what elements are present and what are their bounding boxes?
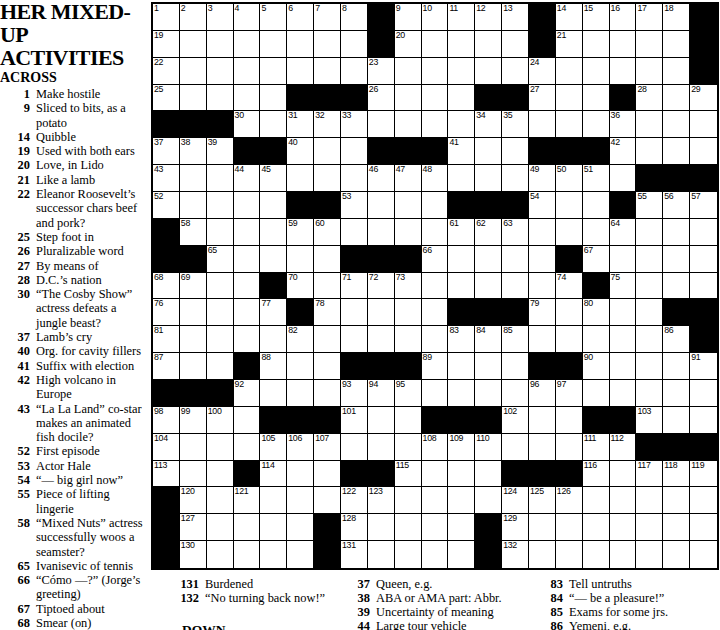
grid-cell-r16c16[interactable]: [556, 407, 583, 434]
grid-cell-r19c13[interactable]: [475, 487, 502, 514]
grid-cell-r7c6[interactable]: [287, 165, 314, 192]
grid-cell-r4c17[interactable]: [583, 85, 610, 112]
grid-cell-r9c9[interactable]: [368, 219, 395, 246]
grid-cell-r6c19[interactable]: [636, 138, 663, 165]
grid-cell-r5c9[interactable]: [368, 111, 395, 138]
grid-cell-r15c15[interactable]: 96: [529, 380, 556, 407]
grid-cell-r2c4[interactable]: [234, 31, 261, 58]
grid-cell-r14c17[interactable]: 90: [583, 353, 610, 380]
grid-cell-r16c9[interactable]: [368, 407, 395, 434]
grid-cell-r2c18[interactable]: [610, 31, 637, 58]
grid-cell-r12c9[interactable]: [368, 299, 395, 326]
grid-cell-r9c16[interactable]: [556, 219, 583, 246]
grid-cell-r14c18[interactable]: [610, 353, 637, 380]
grid-cell-r21c11[interactable]: [422, 541, 449, 568]
grid-cell-r12c11[interactable]: [422, 299, 449, 326]
grid-cell-r11c6[interactable]: 70: [287, 273, 314, 300]
grid-cell-r8c4[interactable]: [234, 192, 261, 219]
grid-cell-r3c2[interactable]: [180, 58, 207, 85]
grid-cell-r16c3[interactable]: 100: [207, 407, 234, 434]
grid-cell-r15c21[interactable]: [690, 380, 717, 407]
grid-cell-r13c3[interactable]: [207, 326, 234, 353]
grid-cell-r18c20[interactable]: 118: [663, 461, 690, 488]
grid-cell-r13c1[interactable]: 81: [153, 326, 180, 353]
grid-cell-r14c14[interactable]: [502, 353, 529, 380]
grid-cell-r15c18[interactable]: [610, 380, 637, 407]
grid-cell-r12c4[interactable]: [234, 299, 261, 326]
grid-cell-r2c8[interactable]: [341, 31, 368, 58]
grid-cell-r4c11[interactable]: [422, 85, 449, 112]
grid-cell-r2c5[interactable]: [260, 31, 287, 58]
grid-cell-r18c3[interactable]: [207, 461, 234, 488]
grid-cell-r13c11[interactable]: [422, 326, 449, 353]
grid-cell-r6c20[interactable]: [663, 138, 690, 165]
grid-cell-r1c14[interactable]: 13: [502, 4, 529, 31]
grid-cell-r20c5[interactable]: [260, 514, 287, 541]
grid-cell-r19c6[interactable]: [287, 487, 314, 514]
grid-cell-r4c15[interactable]: 27: [529, 85, 556, 112]
grid-cell-r2c1[interactable]: 19: [153, 31, 180, 58]
grid-cell-r9c7[interactable]: 60: [314, 219, 341, 246]
grid-cell-r19c2[interactable]: 120: [180, 487, 207, 514]
grid-cell-r19c20[interactable]: [663, 487, 690, 514]
grid-cell-r6c12[interactable]: 41: [448, 138, 475, 165]
grid-cell-r1c17[interactable]: 15: [583, 4, 610, 31]
grid-cell-r7c9[interactable]: 46: [368, 165, 395, 192]
grid-cell-r21c19[interactable]: [636, 541, 663, 568]
grid-cell-r18c17[interactable]: 116: [583, 461, 610, 488]
grid-cell-r1c5[interactable]: 5: [260, 4, 287, 31]
grid-cell-r14c2[interactable]: [180, 353, 207, 380]
grid-cell-r21c8[interactable]: 131: [341, 541, 368, 568]
grid-cell-r20c8[interactable]: 128: [341, 514, 368, 541]
grid-cell-r13c15[interactable]: [529, 326, 556, 353]
grid-cell-r9c8[interactable]: [341, 219, 368, 246]
grid-cell-r14c12[interactable]: [448, 353, 475, 380]
grid-cell-r1c13[interactable]: 12: [475, 4, 502, 31]
grid-cell-r6c18[interactable]: 42: [610, 138, 637, 165]
grid-cell-r4c9[interactable]: 26: [368, 85, 395, 112]
grid-cell-r15c5[interactable]: [260, 380, 287, 407]
grid-cell-r20c12[interactable]: [448, 514, 475, 541]
grid-cell-r10c3[interactable]: 65: [207, 246, 234, 273]
grid-cell-r6c1[interactable]: 37: [153, 138, 180, 165]
grid-cell-r13c4[interactable]: [234, 326, 261, 353]
grid-cell-r9c17[interactable]: [583, 219, 610, 246]
grid-cell-r19c10[interactable]: [395, 487, 422, 514]
grid-cell-r20c19[interactable]: [636, 514, 663, 541]
grid-cell-r21c2[interactable]: 130: [180, 541, 207, 568]
grid-cell-r5c7[interactable]: 32: [314, 111, 341, 138]
grid-cell-r14c1[interactable]: 87: [153, 353, 180, 380]
grid-cell-r11c8[interactable]: 71: [341, 273, 368, 300]
grid-cell-r8c20[interactable]: 56: [663, 192, 690, 219]
grid-cell-r12c7[interactable]: 78: [314, 299, 341, 326]
grid-cell-r6c2[interactable]: 38: [180, 138, 207, 165]
grid-cell-r12c16[interactable]: [556, 299, 583, 326]
grid-cell-r9c20[interactable]: [663, 219, 690, 246]
grid-cell-r20c21[interactable]: [690, 514, 717, 541]
grid-cell-r13c14[interactable]: 85: [502, 326, 529, 353]
grid-cell-r20c17[interactable]: [583, 514, 610, 541]
grid-cell-r6c6[interactable]: 40: [287, 138, 314, 165]
grid-cell-r18c10[interactable]: 115: [395, 461, 422, 488]
grid-cell-r2c16[interactable]: 21: [556, 31, 583, 58]
grid-cell-r1c12[interactable]: 11: [448, 4, 475, 31]
grid-cell-r15c19[interactable]: [636, 380, 663, 407]
grid-cell-r20c14[interactable]: 129: [502, 514, 529, 541]
grid-cell-r8c9[interactable]: [368, 192, 395, 219]
grid-cell-r7c17[interactable]: 51: [583, 165, 610, 192]
grid-cell-r19c19[interactable]: [636, 487, 663, 514]
grid-cell-r4c4[interactable]: [234, 85, 261, 112]
grid-cell-r11c9[interactable]: 72: [368, 273, 395, 300]
grid-cell-r21c16[interactable]: [556, 541, 583, 568]
grid-cell-r13c12[interactable]: 83: [448, 326, 475, 353]
grid-cell-r3c8[interactable]: [341, 58, 368, 85]
grid-cell-r17c10[interactable]: [395, 434, 422, 461]
grid-cell-r4c5[interactable]: [260, 85, 287, 112]
grid-cell-r12c3[interactable]: [207, 299, 234, 326]
grid-cell-r15c16[interactable]: 97: [556, 380, 583, 407]
grid-cell-r4c21[interactable]: 29: [690, 85, 717, 112]
grid-cell-r13c2[interactable]: [180, 326, 207, 353]
grid-cell-r10c13[interactable]: [475, 246, 502, 273]
grid-cell-r16c21[interactable]: [690, 407, 717, 434]
grid-cell-r11c1[interactable]: 68: [153, 273, 180, 300]
grid-cell-r3c5[interactable]: [260, 58, 287, 85]
grid-cell-r3c3[interactable]: [207, 58, 234, 85]
grid-cell-r11c4[interactable]: [234, 273, 261, 300]
grid-cell-r1c8[interactable]: 8: [341, 4, 368, 31]
grid-cell-r3c13[interactable]: [475, 58, 502, 85]
grid-cell-r18c19[interactable]: 117: [636, 461, 663, 488]
grid-cell-r3c11[interactable]: [422, 58, 449, 85]
grid-cell-r4c16[interactable]: [556, 85, 583, 112]
grid-cell-r9c15[interactable]: [529, 219, 556, 246]
grid-cell-r8c1[interactable]: 52: [153, 192, 180, 219]
grid-cell-r7c14[interactable]: [502, 165, 529, 192]
grid-cell-r2c20[interactable]: [663, 31, 690, 58]
grid-cell-r8c8[interactable]: 53: [341, 192, 368, 219]
grid-cell-r19c15[interactable]: 125: [529, 487, 556, 514]
grid-cell-r4c19[interactable]: 28: [636, 85, 663, 112]
grid-cell-r13c10[interactable]: [395, 326, 422, 353]
grid-cell-r16c8[interactable]: 101: [341, 407, 368, 434]
grid-cell-r16c20[interactable]: [663, 407, 690, 434]
grid-cell-r18c13[interactable]: [475, 461, 502, 488]
grid-cell-r9c19[interactable]: [636, 219, 663, 246]
grid-cell-r10c15[interactable]: [529, 246, 556, 273]
grid-cell-r10c6[interactable]: [287, 246, 314, 273]
grid-cell-r5c6[interactable]: 31: [287, 111, 314, 138]
grid-cell-r16c2[interactable]: 99: [180, 407, 207, 434]
grid-cell-r8c16[interactable]: [556, 192, 583, 219]
grid-cell-r3c12[interactable]: [448, 58, 475, 85]
grid-cell-r15c13[interactable]: [475, 380, 502, 407]
grid-cell-r3c15[interactable]: 24: [529, 58, 556, 85]
grid-cell-r2c2[interactable]: [180, 31, 207, 58]
grid-cell-r19c11[interactable]: [422, 487, 449, 514]
grid-cell-r10c4[interactable]: [234, 246, 261, 273]
grid-cell-r14c5[interactable]: 88: [260, 353, 287, 380]
grid-cell-r10c17[interactable]: 67: [583, 246, 610, 273]
grid-cell-r20c11[interactable]: [422, 514, 449, 541]
grid-cell-r7c13[interactable]: [475, 165, 502, 192]
grid-cell-r11c15[interactable]: [529, 273, 556, 300]
grid-cell-r6c8[interactable]: [341, 138, 368, 165]
grid-cell-r19c12[interactable]: [448, 487, 475, 514]
grid-cell-r21c14[interactable]: 132: [502, 541, 529, 568]
grid-cell-r13c16[interactable]: [556, 326, 583, 353]
grid-cell-r9c11[interactable]: [422, 219, 449, 246]
grid-cell-r18c11[interactable]: [422, 461, 449, 488]
grid-cell-r3c17[interactable]: [583, 58, 610, 85]
grid-cell-r21c6[interactable]: [287, 541, 314, 568]
grid-cell-r17c18[interactable]: 112: [610, 434, 637, 461]
grid-cell-r5c17[interactable]: [583, 111, 610, 138]
grid-cell-r17c14[interactable]: [502, 434, 529, 461]
grid-cell-r2c14[interactable]: [502, 31, 529, 58]
grid-cell-r19c9[interactable]: 123: [368, 487, 395, 514]
grid-cell-r15c7[interactable]: [314, 380, 341, 407]
grid-cell-r4c3[interactable]: [207, 85, 234, 112]
grid-cell-r7c4[interactable]: 44: [234, 165, 261, 192]
grid-cell-r9c2[interactable]: 58: [180, 219, 207, 246]
grid-cell-r10c18[interactable]: [610, 246, 637, 273]
grid-cell-r3c10[interactable]: [395, 58, 422, 85]
grid-cell-r17c3[interactable]: [207, 434, 234, 461]
grid-cell-r18c12[interactable]: [448, 461, 475, 488]
grid-cell-r8c21[interactable]: 57: [690, 192, 717, 219]
grid-cell-r11c21[interactable]: [690, 273, 717, 300]
grid-cell-r5c21[interactable]: [690, 111, 717, 138]
grid-cell-r13c18[interactable]: [610, 326, 637, 353]
grid-cell-r7c3[interactable]: [207, 165, 234, 192]
grid-cell-r21c3[interactable]: [207, 541, 234, 568]
grid-cell-r21c18[interactable]: [610, 541, 637, 568]
grid-cell-r5c20[interactable]: [663, 111, 690, 138]
grid-cell-r21c10[interactable]: [395, 541, 422, 568]
grid-cell-r3c1[interactable]: 22: [153, 58, 180, 85]
grid-cell-r20c6[interactable]: [287, 514, 314, 541]
grid-cell-r5c4[interactable]: 30: [234, 111, 261, 138]
grid-cell-r5c18[interactable]: 36: [610, 111, 637, 138]
grid-cell-r16c4[interactable]: [234, 407, 261, 434]
grid-cell-r7c1[interactable]: 43: [153, 165, 180, 192]
grid-cell-r12c1[interactable]: 76: [153, 299, 180, 326]
grid-cell-r21c12[interactable]: [448, 541, 475, 568]
grid-cell-r12c17[interactable]: 80: [583, 299, 610, 326]
grid-cell-r12c10[interactable]: [395, 299, 422, 326]
grid-cell-r14c20[interactable]: [663, 353, 690, 380]
grid-cell-r3c6[interactable]: [287, 58, 314, 85]
grid-cell-r15c12[interactable]: [448, 380, 475, 407]
grid-cell-r15c4[interactable]: 92: [234, 380, 261, 407]
grid-cell-r18c1[interactable]: 113: [153, 461, 180, 488]
grid-cell-r21c20[interactable]: [663, 541, 690, 568]
grid-cell-r13c17[interactable]: [583, 326, 610, 353]
grid-cell-r9c6[interactable]: 59: [287, 219, 314, 246]
grid-cell-r2c19[interactable]: [636, 31, 663, 58]
grid-cell-r18c2[interactable]: [180, 461, 207, 488]
grid-cell-r7c8[interactable]: [341, 165, 368, 192]
grid-cell-r3c9[interactable]: 23: [368, 58, 395, 85]
grid-cell-r6c13[interactable]: [475, 138, 502, 165]
grid-cell-r8c19[interactable]: 55: [636, 192, 663, 219]
grid-cell-r9c18[interactable]: 64: [610, 219, 637, 246]
grid-cell-r3c20[interactable]: [663, 58, 690, 85]
grid-cell-r14c6[interactable]: [287, 353, 314, 380]
grid-cell-r17c15[interactable]: [529, 434, 556, 461]
grid-cell-r11c19[interactable]: [636, 273, 663, 300]
grid-cell-r11c16[interactable]: 74: [556, 273, 583, 300]
grid-cell-r11c3[interactable]: [207, 273, 234, 300]
grid-cell-r17c7[interactable]: 107: [314, 434, 341, 461]
grid-cell-r6c7[interactable]: [314, 138, 341, 165]
grid-cell-r21c4[interactable]: [234, 541, 261, 568]
grid-cell-r10c12[interactable]: [448, 246, 475, 273]
grid-cell-r1c7[interactable]: 7: [314, 4, 341, 31]
grid-cell-r17c5[interactable]: 105: [260, 434, 287, 461]
grid-cell-r7c5[interactable]: 45: [260, 165, 287, 192]
grid-cell-r17c11[interactable]: 108: [422, 434, 449, 461]
grid-cell-r9c10[interactable]: [395, 219, 422, 246]
grid-cell-r1c1[interactable]: 1: [153, 4, 180, 31]
grid-cell-r5c19[interactable]: [636, 111, 663, 138]
grid-cell-r20c18[interactable]: [610, 514, 637, 541]
grid-cell-r17c9[interactable]: [368, 434, 395, 461]
grid-cell-r17c17[interactable]: 111: [583, 434, 610, 461]
grid-cell-r10c20[interactable]: [663, 246, 690, 273]
grid-cell-r11c18[interactable]: 75: [610, 273, 637, 300]
grid-cell-r10c7[interactable]: [314, 246, 341, 273]
grid-cell-r16c1[interactable]: 98: [153, 407, 180, 434]
grid-cell-r9c13[interactable]: 62: [475, 219, 502, 246]
grid-cell-r3c4[interactable]: [234, 58, 261, 85]
grid-cell-r1c3[interactable]: 3: [207, 4, 234, 31]
grid-cell-r20c4[interactable]: [234, 514, 261, 541]
grid-cell-r6c14[interactable]: [502, 138, 529, 165]
grid-cell-r13c5[interactable]: [260, 326, 287, 353]
grid-cell-r20c2[interactable]: 127: [180, 514, 207, 541]
grid-cell-r17c2[interactable]: [180, 434, 207, 461]
grid-cell-r13c7[interactable]: [314, 326, 341, 353]
grid-cell-r19c8[interactable]: 122: [341, 487, 368, 514]
grid-cell-r9c3[interactable]: [207, 219, 234, 246]
grid-cell-r7c10[interactable]: 47: [395, 165, 422, 192]
grid-cell-r17c16[interactable]: [556, 434, 583, 461]
grid-cell-r5c16[interactable]: [556, 111, 583, 138]
grid-cell-r20c9[interactable]: [368, 514, 395, 541]
grid-cell-r2c13[interactable]: [475, 31, 502, 58]
grid-cell-r19c16[interactable]: 126: [556, 487, 583, 514]
grid-cell-r11c2[interactable]: 69: [180, 273, 207, 300]
grid-cell-r8c2[interactable]: [180, 192, 207, 219]
grid-cell-r17c4[interactable]: [234, 434, 261, 461]
grid-cell-r21c15[interactable]: [529, 541, 556, 568]
grid-cell-r8c5[interactable]: [260, 192, 287, 219]
grid-cell-r14c3[interactable]: [207, 353, 234, 380]
grid-cell-r17c12[interactable]: 109: [448, 434, 475, 461]
grid-cell-r13c8[interactable]: [341, 326, 368, 353]
grid-cell-r7c16[interactable]: 50: [556, 165, 583, 192]
grid-cell-r6c21[interactable]: [690, 138, 717, 165]
grid-cell-r1c4[interactable]: 4: [234, 4, 261, 31]
grid-cell-r3c7[interactable]: [314, 58, 341, 85]
grid-cell-r2c17[interactable]: [583, 31, 610, 58]
grid-cell-r9c4[interactable]: [234, 219, 261, 246]
grid-cell-r20c16[interactable]: [556, 514, 583, 541]
grid-cell-r16c14[interactable]: 102: [502, 407, 529, 434]
grid-cell-r1c19[interactable]: 17: [636, 4, 663, 31]
grid-cell-r11c11[interactable]: [422, 273, 449, 300]
grid-cell-r15c14[interactable]: [502, 380, 529, 407]
grid-cell-r20c10[interactable]: [395, 514, 422, 541]
grid-cell-r5c10[interactable]: [395, 111, 422, 138]
grid-cell-r9c21[interactable]: [690, 219, 717, 246]
grid-cell-r20c15[interactable]: [529, 514, 556, 541]
grid-cell-r15c10[interactable]: 95: [395, 380, 422, 407]
grid-cell-r13c19[interactable]: [636, 326, 663, 353]
grid-cell-r7c11[interactable]: 48: [422, 165, 449, 192]
grid-cell-r5c8[interactable]: 33: [341, 111, 368, 138]
grid-cell-r1c6[interactable]: 6: [287, 4, 314, 31]
grid-cell-r21c9[interactable]: [368, 541, 395, 568]
grid-cell-r19c3[interactable]: [207, 487, 234, 514]
grid-cell-r2c12[interactable]: [448, 31, 475, 58]
grid-cell-r7c12[interactable]: [448, 165, 475, 192]
grid-cell-r2c3[interactable]: [207, 31, 234, 58]
grid-cell-r11c10[interactable]: 73: [395, 273, 422, 300]
grid-cell-r8c11[interactable]: [422, 192, 449, 219]
grid-cell-r6c3[interactable]: 39: [207, 138, 234, 165]
grid-cell-r9c5[interactable]: [260, 219, 287, 246]
grid-cell-r15c17[interactable]: [583, 380, 610, 407]
grid-cell-r3c14[interactable]: [502, 58, 529, 85]
grid-cell-r5c15[interactable]: [529, 111, 556, 138]
grid-cell-r15c6[interactable]: [287, 380, 314, 407]
grid-cell-r21c21[interactable]: [690, 541, 717, 568]
grid-cell-r15c11[interactable]: [422, 380, 449, 407]
grid-cell-r4c12[interactable]: [448, 85, 475, 112]
grid-cell-r2c11[interactable]: [422, 31, 449, 58]
grid-cell-r15c9[interactable]: 94: [368, 380, 395, 407]
grid-cell-r12c19[interactable]: [636, 299, 663, 326]
grid-cell-r11c13[interactable]: [475, 273, 502, 300]
grid-cell-r12c18[interactable]: [610, 299, 637, 326]
grid-cell-r1c11[interactable]: 10: [422, 4, 449, 31]
grid-cell-r10c19[interactable]: [636, 246, 663, 273]
grid-cell-r21c17[interactable]: [583, 541, 610, 568]
grid-cell-r15c8[interactable]: 93: [341, 380, 368, 407]
grid-cell-r11c7[interactable]: [314, 273, 341, 300]
grid-cell-r5c11[interactable]: [422, 111, 449, 138]
grid-cell-r11c12[interactable]: [448, 273, 475, 300]
grid-cell-r19c5[interactable]: [260, 487, 287, 514]
grid-cell-r4c10[interactable]: [395, 85, 422, 112]
grid-cell-r17c6[interactable]: 106: [287, 434, 314, 461]
grid-cell-r7c7[interactable]: [314, 165, 341, 192]
grid-cell-r13c6[interactable]: 82: [287, 326, 314, 353]
grid-cell-r1c18[interactable]: 16: [610, 4, 637, 31]
grid-cell-r14c7[interactable]: [314, 353, 341, 380]
grid-cell-r18c6[interactable]: [287, 461, 314, 488]
grid-cell-r5c5[interactable]: [260, 111, 287, 138]
grid-cell-r19c18[interactable]: [610, 487, 637, 514]
grid-cell-r3c18[interactable]: [610, 58, 637, 85]
grid-cell-r14c13[interactable]: [475, 353, 502, 380]
